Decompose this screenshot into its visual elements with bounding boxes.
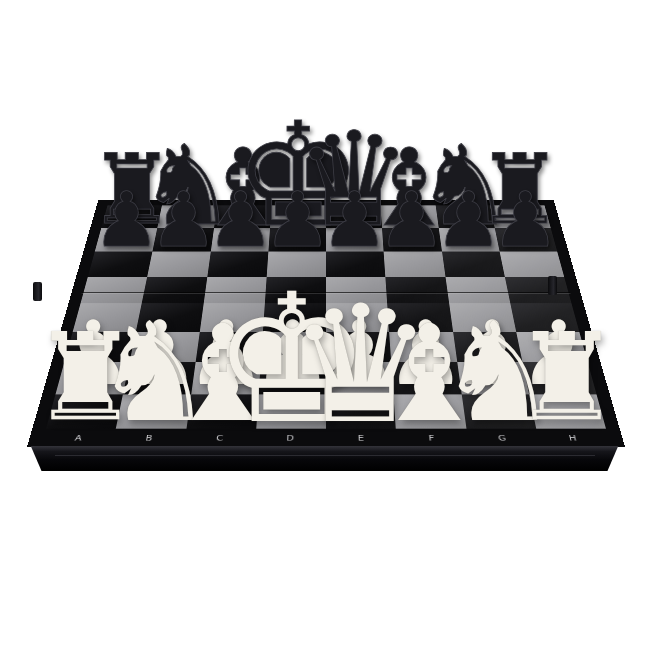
piece-black-pawn-h7[interactable]: ♟ bbox=[491, 182, 559, 258]
pieces-layer: ♜♞♝♚♛♝♞♜♟♟♟♟♟♟♟♟♟♟♟♟♟♟♟♟♜♞♝♚♛♝♞♜ bbox=[0, 0, 650, 650]
piece-white-rook-h1[interactable]: ♜ bbox=[513, 317, 621, 438]
chess-set-photo: ABCDEFGH ♜♞♝♚♛♝♞♜♟♟♟♟♟♟♟♟♟♟♟♟♟♟♟♟♜♞♝♚♛♝♞… bbox=[0, 0, 650, 650]
